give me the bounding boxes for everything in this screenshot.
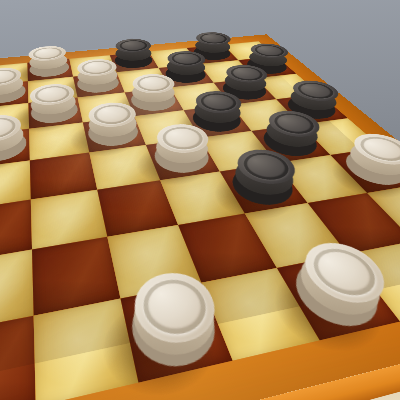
white-checker[interactable] [286,260,389,332]
white-checker[interactable] [152,141,214,177]
white-checker[interactable] [129,289,223,373]
white-checker[interactable] [33,100,79,126]
dark-square [0,316,36,400]
white-checker[interactable] [129,90,178,114]
dark-checker[interactable] [114,53,155,70]
checkers-board [0,41,400,400]
checkers-render-canvas: { "game": "checkers", "scene_description… [0,0,400,400]
dark-checker[interactable] [227,167,300,209]
white-checker[interactable] [88,119,141,149]
checkers-board-frame [0,34,400,400]
white-checker[interactable] [338,151,400,189]
scene [0,0,400,400]
white-checker[interactable] [77,74,120,95]
white-checker[interactable] [31,61,69,80]
